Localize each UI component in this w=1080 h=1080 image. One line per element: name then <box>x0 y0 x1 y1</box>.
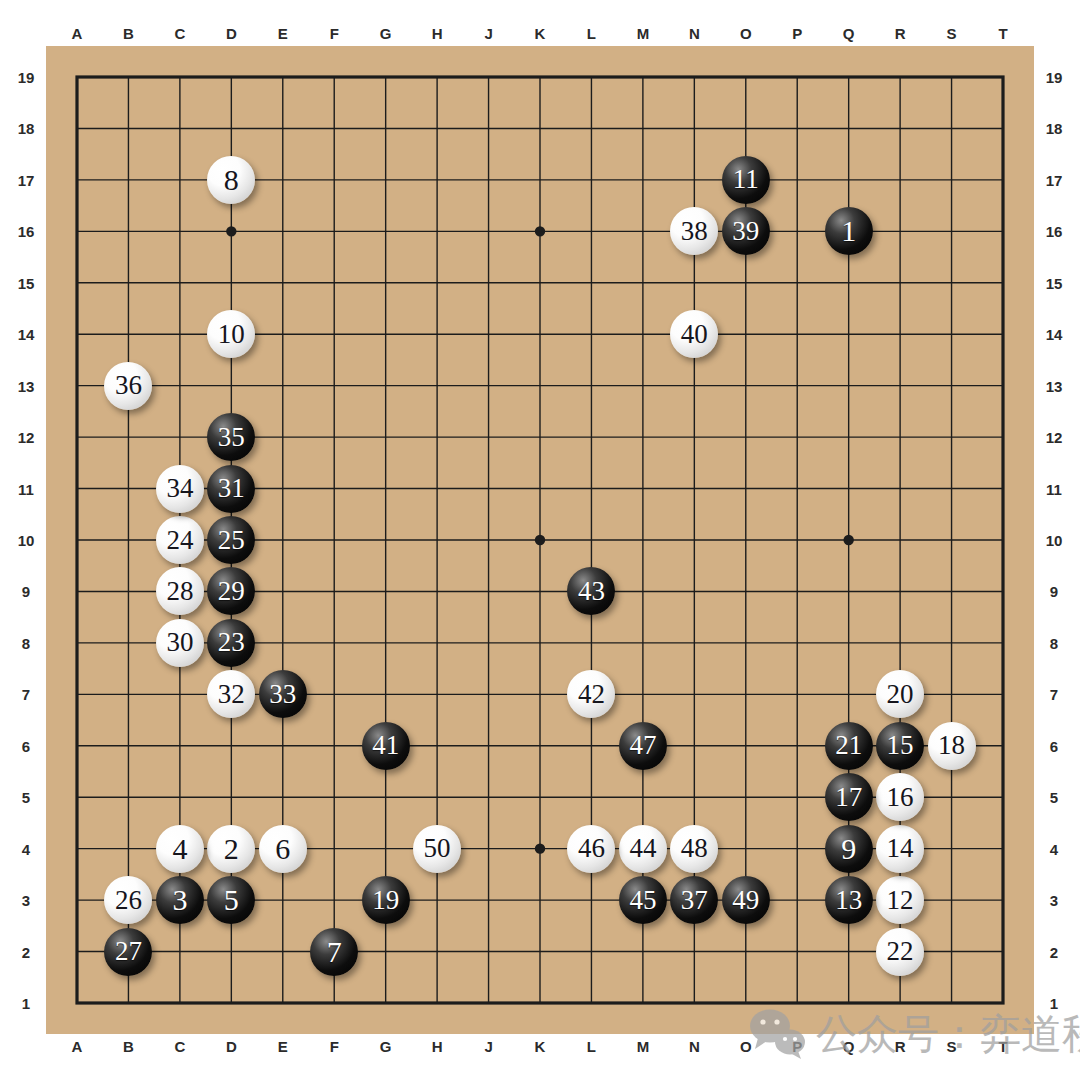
row-label-right-17: 17 <box>1046 171 1063 188</box>
row-label-left-3: 3 <box>22 892 30 909</box>
row-label-left-2: 2 <box>22 943 30 960</box>
stone-black-C3-move-3: 3 <box>156 876 204 924</box>
row-label-right-9: 9 <box>1050 583 1058 600</box>
col-label-top-D: D <box>226 25 237 42</box>
col-label-top-K: K <box>535 25 546 42</box>
stone-black-Q5-move-17: 17 <box>825 773 873 821</box>
col-label-bottom-T: T <box>998 1038 1007 1055</box>
row-label-left-7: 7 <box>22 686 30 703</box>
row-label-left-16: 16 <box>18 223 35 240</box>
row-label-left-8: 8 <box>22 634 30 651</box>
row-label-right-12: 12 <box>1046 429 1063 446</box>
stone-black-Q3-move-13: 13 <box>825 876 873 924</box>
col-label-top-T: T <box>998 25 1007 42</box>
row-label-right-4: 4 <box>1050 840 1058 857</box>
col-label-bottom-R: R <box>895 1038 906 1055</box>
col-label-bottom-H: H <box>432 1038 443 1055</box>
col-label-bottom-L: L <box>587 1038 596 1055</box>
stone-black-G3-move-19: 19 <box>362 876 410 924</box>
col-label-top-J: J <box>484 25 492 42</box>
stone-white-M4-move-44: 44 <box>619 825 667 873</box>
row-label-right-7: 7 <box>1050 686 1058 703</box>
stone-white-R5-move-16: 16 <box>876 773 924 821</box>
row-label-left-4: 4 <box>22 840 30 857</box>
row-label-right-10: 10 <box>1046 532 1063 549</box>
stone-white-R7-move-20: 20 <box>876 670 924 718</box>
stone-white-S6-move-18: 18 <box>928 722 976 770</box>
stone-white-C10-move-24: 24 <box>156 516 204 564</box>
stone-black-M3-move-45: 45 <box>619 876 667 924</box>
col-label-bottom-S: S <box>947 1038 957 1055</box>
stone-black-D10-move-25: 25 <box>207 516 255 564</box>
stone-black-D8-move-23: 23 <box>207 619 255 667</box>
col-label-top-H: H <box>432 25 443 42</box>
go-kifu-diagram: AABBCCDDEEFFGGHHJJKKLLMMNNOOPPQQRRSSTT19… <box>0 0 1080 1080</box>
col-label-bottom-C: C <box>174 1038 185 1055</box>
stone-black-O17-move-11: 11 <box>722 156 770 204</box>
stone-white-D14-move-10: 10 <box>207 310 255 358</box>
stone-black-E7-move-33: 33 <box>259 670 307 718</box>
row-label-right-14: 14 <box>1046 326 1063 343</box>
row-label-right-2: 2 <box>1050 943 1058 960</box>
row-label-left-5: 5 <box>22 789 30 806</box>
stone-white-C11-move-34: 34 <box>156 465 204 513</box>
row-label-left-10: 10 <box>18 532 35 549</box>
col-label-bottom-E: E <box>278 1038 288 1055</box>
row-label-left-11: 11 <box>18 480 34 497</box>
col-label-bottom-B: B <box>123 1038 134 1055</box>
stone-black-L9-move-43: 43 <box>567 567 615 615</box>
stone-black-Q6-move-21: 21 <box>825 722 873 770</box>
stone-black-Q16-move-1: 1 <box>825 207 873 255</box>
row-label-right-18: 18 <box>1046 120 1063 137</box>
stone-white-C9-move-28: 28 <box>156 567 204 615</box>
row-label-right-19: 19 <box>1046 69 1063 86</box>
col-label-bottom-N: N <box>689 1038 700 1055</box>
col-label-top-G: G <box>380 25 392 42</box>
stone-white-R4-move-14: 14 <box>876 825 924 873</box>
col-label-bottom-Q: Q <box>843 1038 855 1055</box>
col-label-bottom-O: O <box>740 1038 752 1055</box>
stone-white-D7-move-32: 32 <box>207 670 255 718</box>
stone-black-D3-move-5: 5 <box>207 876 255 924</box>
col-label-top-O: O <box>740 25 752 42</box>
row-label-right-1: 1 <box>1050 995 1058 1012</box>
col-label-top-B: B <box>123 25 134 42</box>
stone-black-F2-move-7: 7 <box>310 928 358 976</box>
stone-white-N4-move-48: 48 <box>670 825 718 873</box>
col-label-top-F: F <box>330 25 339 42</box>
row-label-right-8: 8 <box>1050 634 1058 651</box>
stone-black-O16-move-39: 39 <box>722 207 770 255</box>
stone-black-D12-move-35: 35 <box>207 413 255 461</box>
stone-white-N16-move-38: 38 <box>670 207 718 255</box>
stone-white-L7-move-42: 42 <box>567 670 615 718</box>
row-label-left-13: 13 <box>18 377 35 394</box>
stone-white-N14-move-40: 40 <box>670 310 718 358</box>
col-label-bottom-G: G <box>380 1038 392 1055</box>
col-label-top-R: R <box>895 25 906 42</box>
row-label-left-15: 15 <box>18 274 35 291</box>
stone-white-H4-move-50: 50 <box>413 825 461 873</box>
col-label-bottom-D: D <box>226 1038 237 1055</box>
col-label-bottom-J: J <box>484 1038 492 1055</box>
col-label-top-A: A <box>72 25 83 42</box>
row-label-left-9: 9 <box>22 583 30 600</box>
stone-white-L4-move-46: 46 <box>567 825 615 873</box>
stone-white-D4-move-2: 2 <box>207 825 255 873</box>
stone-black-R6-move-15: 15 <box>876 722 924 770</box>
row-label-right-16: 16 <box>1046 223 1063 240</box>
col-label-top-N: N <box>689 25 700 42</box>
stone-black-N3-move-37: 37 <box>670 876 718 924</box>
stone-white-B13-move-36: 36 <box>104 362 152 410</box>
col-label-bottom-F: F <box>330 1038 339 1055</box>
stone-white-E4-move-6: 6 <box>259 825 307 873</box>
row-label-right-6: 6 <box>1050 737 1058 754</box>
row-label-left-17: 17 <box>18 171 35 188</box>
stone-black-O3-move-49: 49 <box>722 876 770 924</box>
col-label-top-S: S <box>947 25 957 42</box>
stone-white-R2-move-22: 22 <box>876 928 924 976</box>
col-label-top-C: C <box>174 25 185 42</box>
col-label-top-M: M <box>637 25 650 42</box>
stone-white-C8-move-30: 30 <box>156 619 204 667</box>
col-label-top-E: E <box>278 25 288 42</box>
stone-white-B3-move-26: 26 <box>104 876 152 924</box>
row-label-right-15: 15 <box>1046 274 1063 291</box>
stone-black-M6-move-47: 47 <box>619 722 667 770</box>
col-label-top-Q: Q <box>843 25 855 42</box>
col-label-bottom-P: P <box>792 1038 802 1055</box>
stone-black-B2-move-27: 27 <box>104 928 152 976</box>
row-label-left-12: 12 <box>18 429 35 446</box>
row-label-left-1: 1 <box>22 995 30 1012</box>
row-label-left-18: 18 <box>18 120 35 137</box>
col-label-top-P: P <box>792 25 802 42</box>
row-label-left-14: 14 <box>18 326 35 343</box>
row-label-left-19: 19 <box>18 69 35 86</box>
stone-white-R3-move-12: 12 <box>876 876 924 924</box>
row-label-right-3: 3 <box>1050 892 1058 909</box>
col-label-bottom-K: K <box>535 1038 546 1055</box>
row-label-right-5: 5 <box>1050 789 1058 806</box>
stone-black-Q4-move-9: 9 <box>825 825 873 873</box>
row-label-right-13: 13 <box>1046 377 1063 394</box>
row-label-left-6: 6 <box>22 737 30 754</box>
col-label-bottom-M: M <box>637 1038 650 1055</box>
col-label-bottom-A: A <box>72 1038 83 1055</box>
stone-black-D11-move-31: 31 <box>207 465 255 513</box>
stone-white-C4-move-4: 4 <box>156 825 204 873</box>
stone-black-G6-move-41: 41 <box>362 722 410 770</box>
row-label-right-11: 11 <box>1046 480 1062 497</box>
stone-black-D9-move-29: 29 <box>207 567 255 615</box>
col-label-top-L: L <box>587 25 596 42</box>
stone-white-D17-move-8: 8 <box>207 156 255 204</box>
